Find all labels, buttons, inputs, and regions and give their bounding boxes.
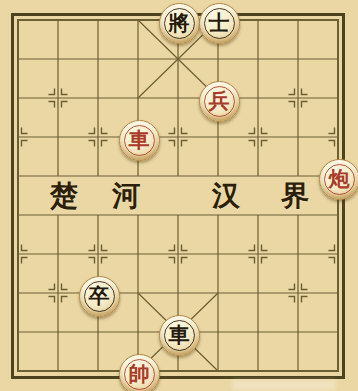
black-chariot[interactable]: 車 [159,315,200,356]
piece-grid: 將士兵車炮卒車帥 [0,1,358,391]
piece-glyph: 卒 [89,285,110,306]
red-chariot[interactable]: 車 [119,120,160,161]
red-general[interactable]: 帥 [119,354,160,391]
red-soldier[interactable]: 兵 [199,81,240,122]
black-advisor[interactable]: 士 [199,3,240,44]
piece-glyph: 將 [169,12,190,33]
red-cannon[interactable]: 炮 [319,159,358,200]
watermark [232,380,336,390]
piece-glyph: 炮 [329,168,350,189]
piece-glyph: 兵 [209,90,230,111]
black-general[interactable]: 將 [159,3,200,44]
piece-glyph: 帥 [129,363,150,384]
piece-glyph: 士 [209,12,230,33]
piece-glyph: 車 [169,324,190,345]
black-soldier[interactable]: 卒 [79,276,120,317]
piece-glyph: 車 [129,129,150,150]
xiangqi-board: 楚河 汉界 將士兵車炮卒車帥 [0,0,358,391]
